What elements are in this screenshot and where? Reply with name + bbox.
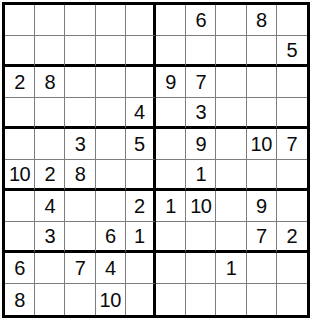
given-digit: 8 <box>256 10 267 30</box>
cell-r1c7[interactable]: 6 <box>186 5 216 36</box>
cell-r10c1[interactable]: 8 <box>5 284 35 315</box>
cell-r2c5[interactable] <box>126 36 156 67</box>
given-digit: 6 <box>14 258 25 278</box>
cell-r5c5[interactable]: 5 <box>126 129 156 160</box>
cell-r6c7[interactable]: 1 <box>186 160 216 191</box>
cell-r3c6[interactable]: 9 <box>156 67 186 98</box>
given-digit: 2 <box>44 164 55 184</box>
cell-r3c9[interactable] <box>247 67 277 98</box>
cell-r6c1[interactable]: 10 <box>5 160 35 191</box>
cell-r4c7[interactable]: 3 <box>186 98 216 129</box>
cell-r4c1[interactable] <box>5 98 35 129</box>
cell-r9c2[interactable] <box>35 253 65 284</box>
cell-r8c3[interactable] <box>65 222 95 253</box>
given-digit: 6 <box>105 226 116 246</box>
cell-r10c6[interactable] <box>156 284 186 315</box>
given-digit: 8 <box>14 290 25 310</box>
cell-r4c3[interactable] <box>65 98 95 129</box>
given-digit: 2 <box>14 72 25 92</box>
cell-r9c1[interactable]: 6 <box>5 253 35 284</box>
cell-r7c2[interactable]: 4 <box>35 191 65 222</box>
cell-r9c5[interactable] <box>126 253 156 284</box>
cell-r9c8[interactable]: 1 <box>216 253 246 284</box>
cell-r8c10[interactable]: 2 <box>277 222 307 253</box>
cell-r6c10[interactable] <box>277 160 307 191</box>
cell-r6c6[interactable] <box>156 160 186 191</box>
cell-r1c2[interactable] <box>35 5 65 36</box>
cell-r6c9[interactable] <box>247 160 277 191</box>
cell-r3c1[interactable]: 2 <box>5 67 35 98</box>
cell-r8c7[interactable] <box>186 222 216 253</box>
cell-r5c9[interactable]: 10 <box>247 129 277 160</box>
cell-r8c1[interactable] <box>5 222 35 253</box>
cell-r1c3[interactable] <box>65 5 95 36</box>
cell-r7c7[interactable]: 10 <box>186 191 216 222</box>
cell-r1c8[interactable] <box>216 5 246 36</box>
sudoku-page: 68528974335910710281421109361726741810 <box>0 0 312 320</box>
cell-r7c9[interactable]: 9 <box>247 191 277 222</box>
cell-r10c9[interactable] <box>247 284 277 315</box>
cell-r6c4[interactable] <box>96 160 126 191</box>
given-digit: 1 <box>226 258 237 278</box>
cell-r2c1[interactable] <box>5 36 35 67</box>
cell-r3c8[interactable] <box>216 67 246 98</box>
cell-r9c9[interactable] <box>247 253 277 284</box>
cell-r3c10[interactable] <box>277 67 307 98</box>
cell-r2c8[interactable] <box>216 36 246 67</box>
cell-r5c2[interactable] <box>35 129 65 160</box>
cell-r8c9[interactable]: 7 <box>247 222 277 253</box>
cell-r10c4[interactable]: 10 <box>96 284 126 315</box>
cell-r3c7[interactable]: 7 <box>186 67 216 98</box>
given-digit: 6 <box>195 10 206 30</box>
given-digit: 5 <box>134 134 145 154</box>
cell-r1c6[interactable] <box>156 5 186 36</box>
cell-r6c2[interactable]: 2 <box>35 160 65 191</box>
given-digit: 1 <box>195 164 206 184</box>
given-digit: 8 <box>44 72 55 92</box>
cell-r2c3[interactable] <box>65 36 95 67</box>
cell-r3c5[interactable] <box>126 67 156 98</box>
given-digit: 7 <box>75 258 86 278</box>
given-digit: 10 <box>190 196 211 216</box>
cell-r3c2[interactable]: 8 <box>35 67 65 98</box>
cell-r4c10[interactable] <box>277 98 307 129</box>
cell-r8c4[interactable]: 6 <box>96 222 126 253</box>
cell-r9c6[interactable] <box>156 253 186 284</box>
cell-r5c4[interactable] <box>96 129 126 160</box>
given-digit: 10 <box>9 164 30 184</box>
cell-r1c5[interactable] <box>126 5 156 36</box>
cell-r8c2[interactable]: 3 <box>35 222 65 253</box>
given-digit: 10 <box>251 134 272 154</box>
cell-r2c2[interactable] <box>35 36 65 67</box>
cell-r9c3[interactable]: 7 <box>65 253 95 284</box>
cell-r2c6[interactable] <box>156 36 186 67</box>
cell-r8c6[interactable] <box>156 222 186 253</box>
cell-r9c4[interactable]: 4 <box>96 253 126 284</box>
cell-r2c4[interactable] <box>96 36 126 67</box>
cell-r8c8[interactable] <box>216 222 246 253</box>
cell-r1c1[interactable] <box>5 5 35 36</box>
cell-r5c8[interactable] <box>216 129 246 160</box>
cell-r5c6[interactable] <box>156 129 186 160</box>
given-digit: 1 <box>134 226 145 246</box>
cell-r5c7[interactable]: 9 <box>186 129 216 160</box>
given-digit: 4 <box>134 102 145 122</box>
cell-r10c8[interactable] <box>216 284 246 315</box>
cell-r10c5[interactable] <box>126 284 156 315</box>
cell-r7c8[interactable] <box>216 191 246 222</box>
cell-r4c9[interactable] <box>247 98 277 129</box>
cell-r6c3[interactable]: 8 <box>65 160 95 191</box>
cell-r1c4[interactable] <box>96 5 126 36</box>
cell-r9c10[interactable] <box>277 253 307 284</box>
given-digit: 2 <box>287 226 298 246</box>
cell-r8c5[interactable]: 1 <box>126 222 156 253</box>
cell-r3c3[interactable] <box>65 67 95 98</box>
given-digit: 9 <box>165 72 176 92</box>
given-digit: 4 <box>44 196 55 216</box>
cell-r5c1[interactable] <box>5 129 35 160</box>
given-digit: 3 <box>44 226 55 246</box>
cell-r4c2[interactable] <box>35 98 65 129</box>
cell-r3c4[interactable] <box>96 67 126 98</box>
given-digit: 10 <box>100 290 121 310</box>
cell-r10c3[interactable] <box>65 284 95 315</box>
cell-r9c7[interactable] <box>186 253 216 284</box>
cell-r10c10[interactable] <box>277 284 307 315</box>
cell-r5c3[interactable]: 3 <box>65 129 95 160</box>
cell-r4c4[interactable] <box>96 98 126 129</box>
given-digit: 7 <box>287 134 298 154</box>
cell-r7c5[interactable]: 2 <box>126 191 156 222</box>
given-digit: 9 <box>195 134 206 154</box>
cell-r4c6[interactable] <box>156 98 186 129</box>
cell-r10c2[interactable] <box>35 284 65 315</box>
cell-r4c5[interactable]: 4 <box>126 98 156 129</box>
sudoku-board: 68528974335910710281421109361726741810 <box>2 2 310 318</box>
given-digit: 5 <box>287 40 298 60</box>
cell-r10c7[interactable] <box>186 284 216 315</box>
cell-r5c10[interactable]: 7 <box>277 129 307 160</box>
cell-r4c8[interactable] <box>216 98 246 129</box>
cell-r7c1[interactable] <box>5 191 35 222</box>
cell-r2c10[interactable]: 5 <box>277 36 307 67</box>
given-digit: 2 <box>134 196 145 216</box>
cell-r7c10[interactable] <box>277 191 307 222</box>
cell-r7c3[interactable] <box>65 191 95 222</box>
given-digit: 1 <box>165 196 176 216</box>
cell-r1c9[interactable]: 8 <box>247 5 277 36</box>
cell-r7c6[interactable]: 1 <box>156 191 186 222</box>
cell-r6c8[interactable] <box>216 160 246 191</box>
cell-r2c9[interactable] <box>247 36 277 67</box>
cell-r2c7[interactable] <box>186 36 216 67</box>
given-digit: 9 <box>256 196 267 216</box>
given-digit: 7 <box>195 72 206 92</box>
cell-r1c10[interactable] <box>277 5 307 36</box>
cell-r7c4[interactable] <box>96 191 126 222</box>
given-digit: 3 <box>75 134 86 154</box>
cell-r6c5[interactable] <box>126 160 156 191</box>
given-digit: 4 <box>105 258 116 278</box>
given-digit: 7 <box>256 226 267 246</box>
given-digit: 8 <box>75 164 86 184</box>
given-digit: 3 <box>195 102 206 122</box>
